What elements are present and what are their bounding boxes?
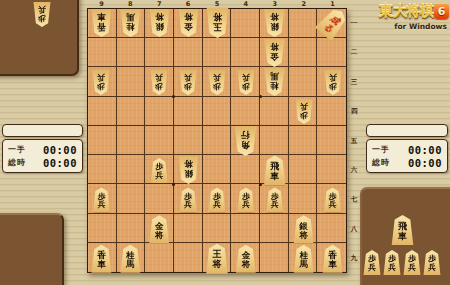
rank-label: 八 xyxy=(349,225,359,233)
board-square[interactable] xyxy=(289,38,318,67)
left-clock-panel: 一手 00:00 総時 00:00 xyxy=(2,139,83,173)
rank-label: 九 xyxy=(349,254,359,262)
board-square[interactable] xyxy=(117,184,146,213)
board-square[interactable] xyxy=(289,9,318,38)
board-square[interactable] xyxy=(88,214,117,243)
board-square[interactable] xyxy=(260,214,289,243)
board-square[interactable] xyxy=(88,38,117,67)
board-square[interactable] xyxy=(88,97,117,126)
file-label: 4 xyxy=(231,0,260,8)
board-square[interactable] xyxy=(174,243,203,272)
right-clock-panel: 一手 00:00 総時 00:00 xyxy=(366,139,448,173)
board-square[interactable] xyxy=(289,126,318,155)
file-label: 2 xyxy=(289,0,318,8)
board-square[interactable] xyxy=(231,38,260,67)
hoshi-dot xyxy=(172,95,175,98)
hoshi-dot xyxy=(259,183,262,186)
app-logo: 東大将棋 6 for Windows xyxy=(361,2,449,31)
rank-label: 一 xyxy=(349,19,359,27)
app-logo-title: 東大将棋 xyxy=(379,2,433,21)
board-square[interactable] xyxy=(117,126,146,155)
board-square[interactable] xyxy=(88,126,117,155)
right-move-time-label: 一手 xyxy=(372,144,390,155)
board-square[interactable] xyxy=(145,184,174,213)
right-total-time-label: 総時 xyxy=(372,157,390,168)
board-square[interactable] xyxy=(317,155,346,184)
right-total-time-value: 00:00 xyxy=(408,157,442,169)
file-label: 5 xyxy=(203,0,232,8)
board-square[interactable] xyxy=(260,126,289,155)
board-square[interactable] xyxy=(317,38,346,67)
empty-piece-tray[interactable] xyxy=(0,213,64,285)
board-square[interactable] xyxy=(88,155,117,184)
app-logo-subtitle: for Windows xyxy=(361,22,449,31)
left-move-time-label: 一手 xyxy=(8,144,26,155)
board-square[interactable] xyxy=(317,214,346,243)
board-square[interactable] xyxy=(117,38,146,67)
board-square[interactable] xyxy=(203,155,232,184)
file-label: 8 xyxy=(116,0,145,8)
file-label: 7 xyxy=(145,0,174,8)
board-square[interactable] xyxy=(317,126,346,155)
board-square[interactable] xyxy=(117,155,146,184)
board-square[interactable] xyxy=(203,214,232,243)
board-square[interactable] xyxy=(174,38,203,67)
board-square[interactable] xyxy=(117,214,146,243)
right-name-plate xyxy=(366,124,448,137)
rank-label: 三 xyxy=(349,78,359,86)
right-move-time-value: 00:00 xyxy=(408,144,442,156)
board-square[interactable] xyxy=(174,214,203,243)
board-square[interactable] xyxy=(145,38,174,67)
rank-label: 四 xyxy=(349,107,359,115)
shogi-app-window: 一手 00:00 総時 00:00 一手 00:00 総時 00:00 東大将棋… xyxy=(0,0,450,285)
board-square[interactable] xyxy=(289,67,318,96)
rank-label: 六 xyxy=(349,166,359,174)
board-square[interactable] xyxy=(145,97,174,126)
board-square[interactable] xyxy=(231,9,260,38)
board-square[interactable] xyxy=(203,97,232,126)
app-logo-version-badge: 6 xyxy=(434,4,449,19)
board-square[interactable] xyxy=(174,97,203,126)
board-square[interactable] xyxy=(174,126,203,155)
left-total-time-value: 00:00 xyxy=(43,157,77,169)
board-square[interactable] xyxy=(117,97,146,126)
file-label: 1 xyxy=(318,0,347,8)
file-label: 9 xyxy=(87,0,116,8)
board-square[interactable] xyxy=(231,214,260,243)
rank-label: 二 xyxy=(349,48,359,56)
board-square[interactable] xyxy=(260,243,289,272)
board-square[interactable] xyxy=(117,67,146,96)
board-square[interactable] xyxy=(289,184,318,213)
board-square[interactable] xyxy=(145,243,174,272)
left-total-time-label: 総時 xyxy=(8,157,26,168)
board-square[interactable] xyxy=(203,126,232,155)
board-square[interactable] xyxy=(260,97,289,126)
left-move-time-value: 00:00 xyxy=(43,144,77,156)
rank-label: 七 xyxy=(349,195,359,203)
rank-label: 五 xyxy=(349,137,359,145)
board-square[interactable] xyxy=(203,38,232,67)
file-label: 6 xyxy=(174,0,203,8)
hoshi-dot xyxy=(259,95,262,98)
left-name-plate xyxy=(2,124,83,137)
board-square[interactable] xyxy=(231,155,260,184)
board-square[interactable] xyxy=(317,97,346,126)
file-label: 3 xyxy=(260,0,289,8)
board-square[interactable] xyxy=(145,126,174,155)
board-square[interactable] xyxy=(289,155,318,184)
board-square[interactable] xyxy=(231,97,260,126)
